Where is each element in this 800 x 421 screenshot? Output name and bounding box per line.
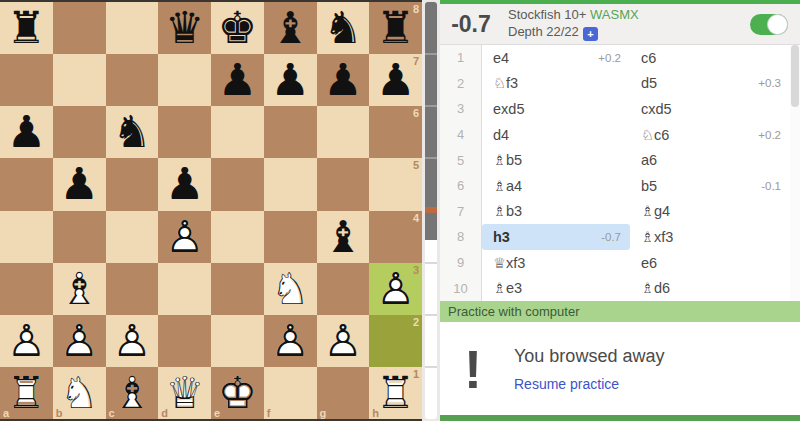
square-c3[interactable] [106, 263, 159, 315]
move-white-10[interactable]: ♗e3 [482, 275, 630, 301]
gauge-tick [425, 314, 437, 316]
piece-glyph: ♟ [323, 58, 362, 102]
move-number: 8 [440, 224, 482, 250]
piece-glyph: ♟ [59, 162, 98, 206]
move-number: 4 [440, 122, 482, 148]
file-label-f: f [267, 407, 271, 419]
piece-black-knight[interactable]: ♞ [106, 106, 159, 158]
file-label-h: h [372, 407, 379, 419]
browsed-away-box: ! You browsed away Resume practice [440, 322, 800, 415]
chess-board: ♜♛♚♝♞♜8♟♟♟♟7♟♞6♟♟5♟♙♝4♝♗♞♘♟♙3♟♙♟♙♟♙♟♙♟♙2… [0, 2, 422, 419]
square-c7[interactable] [106, 54, 159, 106]
file-label-e: e [214, 407, 220, 419]
analysis-panel: -0.7 Stockfish 10+ WASMX Depth 22/22+ 1e… [440, 0, 800, 421]
piece-glyph: ♞ [323, 6, 362, 50]
piece-black-bishop[interactable]: ♝ [264, 2, 317, 54]
move-san: b5 [641, 178, 657, 194]
square-e6[interactable] [211, 106, 264, 158]
engine-name: Stockfish 10+ [508, 7, 586, 22]
square-b5[interactable]: ♟ [53, 158, 106, 210]
square-f5[interactable] [264, 158, 317, 210]
square-f8[interactable]: ♝ [264, 2, 317, 54]
move-white-5[interactable]: ♗b5 [482, 147, 630, 173]
square-e5[interactable] [211, 158, 264, 210]
piece-outline: ♖ [7, 371, 46, 415]
piece-black-knight[interactable]: ♞ [317, 2, 370, 54]
square-b3[interactable]: ♝♗ [53, 263, 106, 315]
move-row-10: 10♗e3♗d6 [440, 275, 800, 301]
move-san: ♗a4 [493, 178, 522, 194]
analysis-app: ♜♛♚♝♞♜8♟♟♟♟7♟♞6♟♟5♟♙♝4♝♗♞♘♟♙3♟♙♟♙♟♙♟♙♟♙2… [0, 0, 800, 421]
piece-outline: ♖ [376, 371, 415, 415]
exclamation-icon: ! [464, 342, 482, 396]
move-eval: -0.1 [761, 180, 790, 192]
gauge-tick [425, 157, 437, 159]
eval-gauge-black-share [425, 2, 437, 240]
move-list-scrollbar[interactable] [790, 45, 800, 301]
move-san: ♗d6 [641, 280, 670, 296]
piece-outline: ♙ [59, 319, 98, 363]
piece-glyph: ♟ [165, 162, 204, 206]
square-h4[interactable]: 4 [369, 211, 422, 263]
piece-white-pawn[interactable]: ♟♙ [158, 211, 211, 263]
move-san: d5 [641, 75, 657, 91]
move-san: ♘c6 [641, 127, 669, 143]
square-g3[interactable] [317, 263, 370, 315]
move-black-7[interactable]: ♗g4 [630, 199, 790, 225]
move-black-4[interactable]: ♘c6+0.2 [630, 122, 790, 148]
square-d2[interactable] [158, 315, 211, 367]
move-san: e6 [641, 255, 657, 271]
piece-black-pawn[interactable]: ♟ [264, 54, 317, 106]
square-h6[interactable]: 6 [369, 106, 422, 158]
rank-label-1: 1 [413, 368, 419, 380]
move-row-5: 5♗b5a6 [440, 147, 800, 173]
move-white-7[interactable]: ♗b3 [482, 199, 630, 225]
piece-white-pawn[interactable]: ♟♙ [264, 315, 317, 367]
move-number: 3 [440, 96, 482, 122]
piece-outline: ♙ [270, 319, 309, 363]
piece-black-bishop[interactable]: ♝ [317, 211, 370, 263]
move-eval: +0.2 [598, 52, 630, 64]
move-number: 7 [440, 199, 482, 225]
square-h8[interactable]: ♜8 [369, 2, 422, 54]
move-san: ♗b5 [493, 152, 522, 168]
square-d6[interactable] [158, 106, 211, 158]
piece-white-pawn[interactable]: ♟♙ [106, 315, 159, 367]
square-h1[interactable]: ♜♖1h [369, 367, 422, 419]
browsed-away-texts: You browsed away Resume practice [514, 346, 664, 392]
square-a4[interactable] [0, 211, 53, 263]
square-b4[interactable] [53, 211, 106, 263]
square-a3[interactable] [0, 263, 53, 315]
move-black-1[interactable]: c6 [630, 45, 790, 71]
piece-black-pawn[interactable]: ♟ [211, 54, 264, 106]
piece-outline: ♘ [59, 371, 98, 415]
piece-outline: ♔ [218, 371, 257, 415]
rank-label-6: 6 [413, 107, 419, 119]
move-san: ♘f3 [493, 75, 518, 91]
move-list: 1e4+0.2c62♘f3d5+0.33exd5cxd54d4♘c6+0.25♗… [440, 45, 800, 301]
square-d1[interactable]: ♛♕d [158, 367, 211, 419]
move-san: ♗b3 [493, 203, 522, 219]
file-label-c: c [109, 407, 115, 419]
piece-glyph: ♟ [270, 58, 309, 102]
move-black-3[interactable]: cxd5 [630, 96, 790, 122]
rank-label-2: 2 [413, 316, 419, 328]
move-black-5[interactable]: a6 [630, 147, 790, 173]
gauge-tick [425, 105, 437, 107]
piece-outline: ♗ [59, 267, 98, 311]
browsed-away-title: You browsed away [514, 346, 664, 367]
gauge-tick [425, 366, 437, 368]
move-number: 1 [440, 45, 482, 71]
move-eval: -0.7 [601, 231, 630, 243]
move-white-6[interactable]: ♗a4 [482, 173, 630, 199]
file-label-a: a [3, 407, 9, 419]
square-d4[interactable]: ♟♙ [158, 211, 211, 263]
piece-white-bishop[interactable]: ♝♗ [53, 263, 106, 315]
square-f4[interactable] [264, 211, 317, 263]
piece-glyph: ♝ [270, 6, 309, 50]
engine-toggle[interactable] [750, 14, 788, 35]
move-number: 6 [440, 173, 482, 199]
engine-header: -0.7 Stockfish 10+ WASMX Depth 22/22+ [440, 4, 800, 45]
square-d3[interactable] [158, 263, 211, 315]
square-f6[interactable] [264, 106, 317, 158]
square-b7[interactable] [53, 54, 106, 106]
practice-bar[interactable]: Practice with computer [440, 301, 800, 322]
square-b6[interactable] [53, 106, 106, 158]
square-g5[interactable] [317, 158, 370, 210]
piece-black-king[interactable]: ♚ [211, 2, 264, 54]
square-d5[interactable]: ♟ [158, 158, 211, 210]
square-e7[interactable]: ♟ [211, 54, 264, 106]
move-row-9: 9♕xf3e6 [440, 250, 800, 276]
engine-tech: WASMX [590, 7, 639, 22]
square-a5[interactable] [0, 158, 53, 210]
square-g7[interactable]: ♟ [317, 54, 370, 106]
gauge-tick [425, 53, 437, 55]
piece-glyph: ♜ [7, 6, 46, 50]
piece-outline: ♘ [270, 267, 309, 311]
piece-glyph: ♜ [376, 6, 415, 50]
square-a6[interactable]: ♟ [0, 106, 53, 158]
plus-icon[interactable]: + [583, 27, 598, 41]
practice-label: Practice with computer [448, 304, 580, 319]
square-f1[interactable]: f [264, 367, 317, 419]
move-san: h3 [493, 229, 510, 245]
move-san: c6 [641, 50, 656, 66]
move-eval: +0.2 [758, 129, 790, 141]
piece-black-pawn[interactable]: ♟ [158, 158, 211, 210]
move-white-4[interactable]: d4 [482, 122, 630, 148]
piece-black-queen[interactable]: ♛ [158, 2, 211, 54]
piece-glyph: ♞ [112, 110, 151, 154]
square-g1[interactable]: g [317, 367, 370, 419]
square-b2[interactable]: ♟♙ [53, 315, 106, 367]
move-san: exd5 [493, 101, 524, 117]
move-black-9[interactable]: e6 [630, 250, 790, 276]
piece-white-pawn[interactable]: ♟♙ [0, 315, 53, 367]
move-san: ♗g4 [641, 203, 670, 219]
rank-label-4: 4 [413, 212, 419, 224]
piece-outline: ♙ [376, 267, 415, 311]
square-e1[interactable]: ♚♔e [211, 367, 264, 419]
file-label-b: b [56, 407, 63, 419]
square-c6[interactable]: ♞ [106, 106, 159, 158]
piece-white-pawn[interactable]: ♟♙ [53, 315, 106, 367]
square-g2[interactable]: ♟♙ [317, 315, 370, 367]
square-c4[interactable] [106, 211, 159, 263]
piece-black-rook[interactable]: ♜ [0, 2, 53, 54]
move-row-1: 1e4+0.2c6 [440, 45, 800, 71]
move-row-8: 8h3-0.7♗xf3 [440, 224, 800, 250]
square-a7[interactable] [0, 54, 53, 106]
rank-label-3: 3 [413, 264, 419, 276]
move-number: 5 [440, 147, 482, 173]
move-san: d4 [493, 127, 509, 143]
move-black-8[interactable]: ♗xf3 [630, 224, 790, 250]
square-c2[interactable]: ♟♙ [106, 315, 159, 367]
gauge-midline-tick [425, 207, 437, 213]
piece-outline: ♗ [112, 371, 151, 415]
square-b8[interactable] [53, 2, 106, 54]
move-san: ♗e3 [493, 280, 522, 296]
square-f7[interactable]: ♟ [264, 54, 317, 106]
engine-depth: Depth 22/22 [508, 24, 579, 39]
square-c5[interactable] [106, 158, 159, 210]
panel-bottom-bar [440, 415, 800, 421]
move-row-2: 2♘f3d5+0.3 [440, 71, 800, 97]
square-c1[interactable]: ♝♗c [106, 367, 159, 419]
square-h3[interactable]: ♟♙3 [369, 263, 422, 315]
file-label-g: g [320, 407, 327, 419]
eval-gauge-bar [425, 2, 437, 419]
square-h2[interactable]: 2 [369, 315, 422, 367]
engine-toggle-knob [767, 14, 788, 35]
move-white-3[interactable]: exd5 [482, 96, 630, 122]
file-label-d: d [161, 407, 168, 419]
square-b1[interactable]: ♞♘b [53, 367, 106, 419]
gauge-tick [425, 262, 437, 264]
piece-glyph: ♛ [165, 6, 204, 50]
move-number: 10 [440, 275, 482, 301]
piece-glyph: ♟ [7, 110, 46, 154]
piece-white-pawn[interactable]: ♟♙ [317, 315, 370, 367]
move-san: cxd5 [641, 101, 672, 117]
square-c8[interactable] [106, 2, 159, 54]
piece-black-pawn[interactable]: ♟ [53, 158, 106, 210]
square-g6[interactable] [317, 106, 370, 158]
move-white-1[interactable]: e4+0.2 [482, 45, 630, 71]
piece-outline: ♙ [112, 319, 151, 363]
piece-glyph: ♚ [218, 6, 257, 50]
move-row-4: 4d4♘c6+0.2 [440, 122, 800, 148]
square-f3[interactable]: ♞♘ [264, 263, 317, 315]
rank-label-7: 7 [413, 55, 419, 67]
move-number: 2 [440, 71, 482, 97]
square-h5[interactable]: 5 [369, 158, 422, 210]
move-white-8[interactable]: h3-0.7 [482, 224, 630, 250]
move-row-7: 7♗b3♗g4 [440, 199, 800, 225]
move-row-3: 3exd5cxd5 [440, 96, 800, 122]
rank-label-5: 5 [413, 159, 419, 171]
move-san: ♕xf3 [493, 255, 525, 271]
move-san: a6 [641, 152, 657, 168]
square-g4[interactable]: ♝ [317, 211, 370, 263]
piece-glyph: ♟ [376, 58, 415, 102]
rank-label-8: 8 [413, 3, 419, 15]
engine-info: Stockfish 10+ WASMX Depth 22/22+ [508, 7, 639, 41]
square-e2[interactable] [211, 315, 264, 367]
square-d8[interactable]: ♛ [158, 2, 211, 54]
square-e4[interactable] [211, 211, 264, 263]
square-e3[interactable] [211, 263, 264, 315]
square-e8[interactable]: ♚ [211, 2, 264, 54]
square-h7[interactable]: ♟7 [369, 54, 422, 106]
piece-black-pawn[interactable]: ♟ [317, 54, 370, 106]
move-black-10[interactable]: ♗d6 [630, 275, 790, 301]
square-a8[interactable]: ♜ [0, 2, 53, 54]
square-f2[interactable]: ♟♙ [264, 315, 317, 367]
eval-gauge [422, 0, 440, 421]
move-white-9[interactable]: ♕xf3 [482, 250, 630, 276]
piece-outline: ♙ [323, 319, 362, 363]
move-black-6[interactable]: b5-0.1 [630, 173, 790, 199]
square-a2[interactable]: ♟♙ [0, 315, 53, 367]
piece-black-pawn[interactable]: ♟ [0, 106, 53, 158]
move-san: e4 [493, 50, 509, 66]
move-eval: +0.3 [758, 77, 790, 89]
move-white-2[interactable]: ♘f3 [482, 71, 630, 97]
resume-practice-link[interactable]: Resume practice [514, 376, 664, 392]
piece-outline: ♙ [7, 319, 46, 363]
square-a1[interactable]: ♜♖a [0, 367, 53, 419]
piece-white-knight[interactable]: ♞♘ [264, 263, 317, 315]
board-area: ♜♛♚♝♞♜8♟♟♟♟7♟♞6♟♟5♟♙♝4♝♗♞♘♟♙3♟♙♟♙♟♙♟♙♟♙2… [0, 0, 422, 421]
piece-outline: ♕ [165, 371, 204, 415]
piece-glyph: ♟ [218, 58, 257, 102]
scrollbar-thumb[interactable] [791, 45, 799, 107]
engine-eval: -0.7 [440, 11, 502, 38]
move-row-6: 6♗a4b5-0.1 [440, 173, 800, 199]
square-d7[interactable] [158, 54, 211, 106]
piece-glyph: ♝ [323, 215, 362, 259]
move-black-2[interactable]: d5+0.3 [630, 71, 790, 97]
move-san: ♗xf3 [641, 229, 673, 245]
square-g8[interactable]: ♞ [317, 2, 370, 54]
piece-outline: ♙ [165, 215, 204, 259]
move-number: 9 [440, 250, 482, 276]
